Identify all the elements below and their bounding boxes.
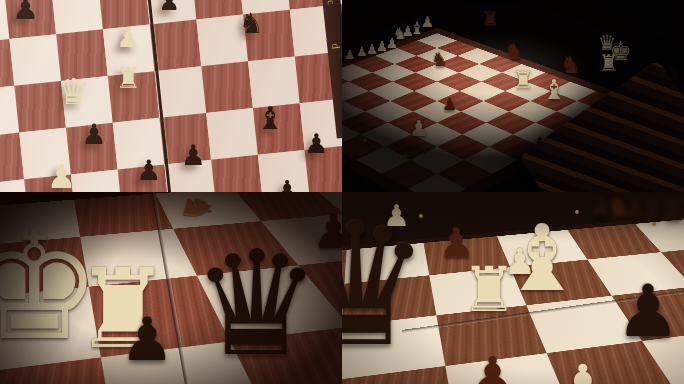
panel-bottom-left-closeup-board: ♚♜♟♛♞♟: [0, 192, 342, 384]
panel-top-left-overhead-board: cd ♟♟♞♟♛♜♟♟♟♟♝♟♟: [0, 0, 342, 192]
white-queen-piece: ♛: [598, 33, 617, 54]
black-pawn-piece: ♟: [624, 195, 647, 221]
board-square: [9, 34, 61, 86]
board-square: [14, 81, 66, 133]
white-king-piece: ♚: [610, 39, 632, 64]
panel-top-right-darkened-board: ♜♞♞♜♝♜♛♚♟♞♟♟♜♟♟♟♟♟♞♟♝♟: [342, 0, 684, 192]
white-rook-piece: ♜: [598, 52, 619, 75]
cream-pawn-piece: ♟: [421, 14, 434, 29]
board-square: [66, 123, 118, 175]
board-square: [61, 76, 113, 128]
white-pawn-piece: ♟: [383, 201, 410, 231]
board-right-half-tint: [147, 0, 342, 192]
board-coordinate-letter: c: [325, 0, 338, 9]
brown-knight-piece: ♞: [607, 194, 630, 220]
board-square: [103, 24, 155, 76]
board-coordinate-letter: d: [330, 39, 342, 52]
black-pawn-piece: ♟: [592, 197, 612, 219]
brown-rook-piece: ♜: [482, 9, 500, 29]
board-square: [108, 71, 160, 123]
gold-stud: [419, 214, 423, 218]
board-square: [19, 128, 71, 180]
gold-stud: [575, 210, 579, 214]
chess-photo-collage: cd ♟♟♞♟♛♜♟♟♟♟♝♟♟ ♜♞♞♜♝♜♛♚♟♞♟♟♜♟♟♟♟♟♞♟♝♟ …: [0, 0, 684, 384]
board-square: [71, 170, 123, 192]
board-square: [4, 0, 56, 39]
board-square: [113, 118, 165, 170]
board-square: [56, 29, 108, 81]
board-square: [118, 165, 170, 192]
panel-bottom-right-closeup-board: ♛♟♟♜♟♝♟♟♟♟♞♟♝♜: [342, 192, 684, 384]
